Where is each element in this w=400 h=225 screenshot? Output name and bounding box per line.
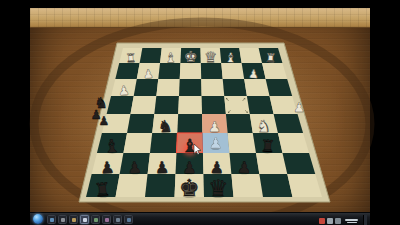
tray-icon-group	[319, 218, 341, 224]
square-f3[interactable]	[156, 79, 179, 96]
square-f4[interactable]	[154, 96, 179, 114]
system-clock	[343, 217, 359, 225]
square-h2[interactable]	[115, 63, 139, 79]
move-marker-arrow: ↗	[242, 96, 246, 102]
square-e3[interactable]	[179, 79, 202, 96]
tray-icon-1[interactable]	[327, 218, 333, 224]
piece-black-p-e7[interactable]: ♟	[182, 158, 197, 177]
square-c8[interactable]	[231, 174, 263, 197]
taskbar-app-icons	[47, 215, 133, 224]
square-d3[interactable]	[201, 79, 224, 96]
taskbar-app-chess-active[interactable]	[80, 215, 89, 224]
taskbar-app-7[interactable]	[113, 215, 122, 224]
piece-white-q-d1[interactable]: ♛	[204, 48, 217, 65]
piece-white-r-h1[interactable]: ♜	[125, 51, 137, 66]
square-g6[interactable]	[123, 133, 152, 153]
square-d2[interactable]	[201, 63, 223, 79]
square-e5[interactable]	[177, 114, 202, 133]
piece-white-k-e1[interactable]: ♚	[184, 48, 198, 66]
captured-white-pawn: ♟	[293, 100, 305, 115]
system-tray	[319, 215, 367, 225]
piece-black-p-f7[interactable]: ♟	[155, 158, 170, 177]
square-e4[interactable]	[178, 96, 202, 114]
square-c2[interactable]	[221, 63, 244, 79]
piece-white-p-b2[interactable]: ♟	[248, 67, 259, 81]
taskbar-app-5[interactable]	[91, 215, 100, 224]
ghost-white-pawn-preview: ♟	[209, 134, 223, 152]
piece-black-k-e8[interactable]: ♚	[179, 175, 200, 201]
square-g4[interactable]	[130, 96, 156, 114]
tray-icon-alert[interactable]	[319, 218, 325, 224]
taskbar-app-1[interactable]	[47, 215, 56, 224]
piece-white-p-d5[interactable]: ♟	[208, 119, 221, 135]
square-g3[interactable]	[134, 79, 159, 96]
square-c3[interactable]	[223, 79, 247, 96]
taskbar-app-3[interactable]	[69, 215, 78, 224]
square-g5[interactable]	[127, 114, 154, 133]
square-f2[interactable]	[158, 63, 180, 79]
piece-white-p-g2[interactable]: ♟	[143, 67, 154, 81]
piece-black-p-h7[interactable]: ♟	[99, 158, 115, 178]
square-h4[interactable]	[107, 96, 134, 114]
square-f8[interactable]	[145, 174, 176, 197]
piece-black-n-f5[interactable]: ♞	[158, 117, 173, 136]
screen-letterbox: ↖↗↙↘♛♚♜♟♟♟♟♟♟♜♝♝♞♟♞♟♟♟♜♝♛♚♝♜♟♞♟♟♟	[0, 0, 400, 225]
square-c5[interactable]	[226, 114, 253, 133]
square-b8[interactable]	[259, 174, 292, 197]
square-c6[interactable]	[228, 133, 256, 153]
square-d4[interactable]	[202, 96, 226, 114]
piece-black-b-h6[interactable]: ♝	[103, 134, 121, 156]
piece-white-b-f1[interactable]: ♝	[165, 50, 177, 65]
piece-white-r-a1[interactable]: ♜	[265, 51, 277, 66]
piece-black-p-d7[interactable]: ♟	[210, 158, 225, 177]
square-b1[interactable]	[239, 48, 262, 63]
start-button[interactable]	[33, 214, 43, 224]
show-desktop-button[interactable]	[363, 215, 367, 225]
piece-black-p-g7[interactable]: ♟	[127, 158, 143, 178]
square-g8[interactable]	[116, 174, 148, 197]
chessboard-3d-scene: ↖↗↙↘♛♚♜♟♟♟♟♟♟♜♝♝♞♟♞♟♟♟♜♝♛♚♝♜♟♞♟♟♟	[0, 0, 400, 225]
piece-white-b-c1[interactable]: ♝	[225, 50, 237, 65]
piece-white-p-h3[interactable]: ♟	[118, 83, 130, 99]
square-b4[interactable]	[247, 96, 274, 114]
move-marker-arrow: ↙	[227, 108, 231, 114]
tray-icon-2[interactable]	[335, 218, 341, 224]
taskbar-app-6[interactable]	[102, 215, 111, 224]
piece-black-r-h8[interactable]: ♜	[93, 178, 111, 200]
move-marker-arrow: ↖	[225, 96, 229, 102]
move-marker-arrow: ↘	[244, 108, 248, 114]
square-g1[interactable]	[140, 48, 162, 63]
windows-taskbar	[30, 212, 370, 225]
piece-black-r-b6[interactable]: ♜	[260, 137, 276, 157]
taskbar-app-2[interactable]	[58, 215, 67, 224]
captured-black-pawn: ♟	[99, 114, 110, 128]
square-b3[interactable]	[244, 79, 269, 96]
piece-white-n-b5[interactable]: ♞	[256, 117, 272, 137]
piece-black-q-d8[interactable]: ♛	[208, 175, 229, 201]
taskbar-app-8[interactable]	[124, 215, 133, 224]
piece-black-p-c7[interactable]: ♟	[237, 158, 252, 178]
